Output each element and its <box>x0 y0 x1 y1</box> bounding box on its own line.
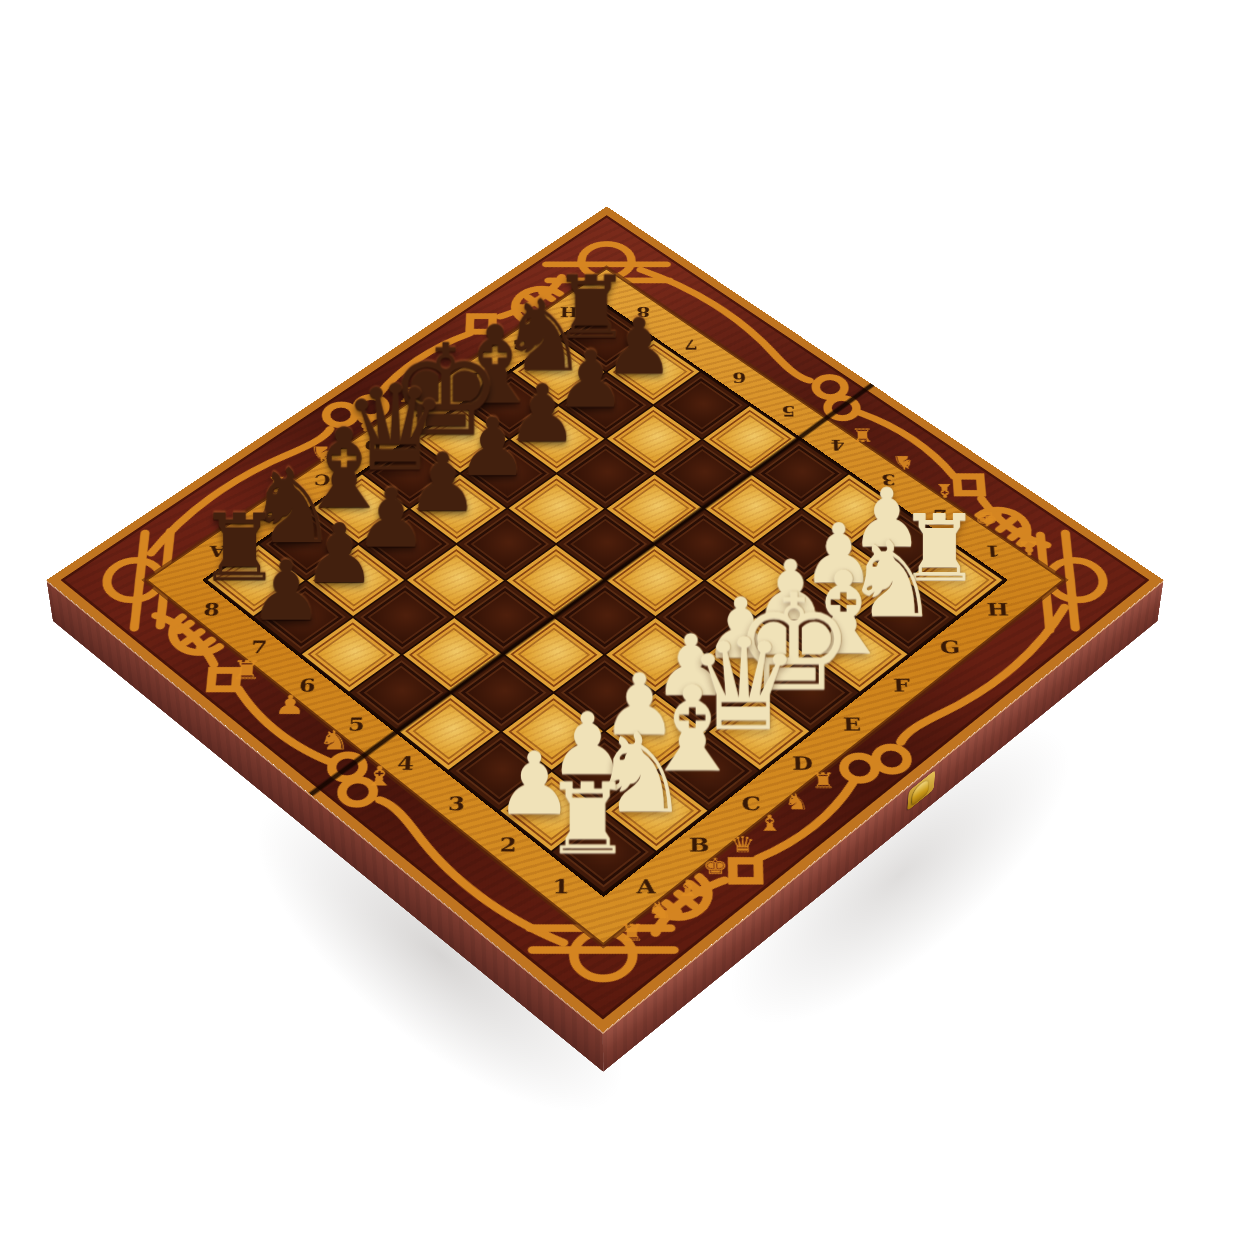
silhouette-piece-icon: ♞ <box>891 453 916 472</box>
file-label-g-far: G <box>512 338 529 352</box>
silhouette-piece-icon: ♟ <box>1016 538 1042 557</box>
silhouette-piece-icon: ♜ <box>850 426 874 444</box>
silhouette-piece-icon: ♞ <box>308 443 336 464</box>
photo-scene: ♜♟♟♜♞♟♟♞♝♟♟♝♚♟♟♚♛♟♟♛♝♟♟♝♞♟♟♞♜♟♟♜ 8877665… <box>0 0 1250 1250</box>
rank-label-4-far: 4 <box>831 438 846 452</box>
silhouette-piece-icon: ♟ <box>352 413 379 433</box>
board-top: ♜♟♟♜♞♟♟♞♝♟♟♝♚♟♟♚♛♟♟♛♝♟♟♝♞♟♟♞♜♟♟♜ 8877665… <box>46 207 1163 1033</box>
rank-label-3-far: 3 <box>881 473 896 488</box>
rank-label-6-far: 6 <box>732 371 746 385</box>
chess-box: ♜♟♟♜♞♟♟♞♝♟♟♝♚♟♟♚♛♟♟♛♝♟♟♝♞♟♟♞♜♟♟♜ 8877665… <box>46 207 1163 1033</box>
piece-black-pawn[interactable]: ♟ <box>215 552 357 628</box>
piece-white-rook[interactable]: ♜ <box>512 774 662 864</box>
rank-label-7-far: 7 <box>684 338 698 352</box>
file-label-e-far: E <box>415 404 431 418</box>
rank-label-5-far: 5 <box>781 404 796 418</box>
silhouette-piece-icon: ♝ <box>262 473 290 494</box>
silhouette-piece-icon: ♜ <box>396 384 423 404</box>
file-label-d-far: D <box>364 438 383 452</box>
file-label-c-far: C <box>314 473 331 488</box>
rank-label-8-far: 8 <box>637 305 651 319</box>
file-label-f-far: F <box>465 371 480 385</box>
file-label-h-far: H <box>559 305 578 319</box>
